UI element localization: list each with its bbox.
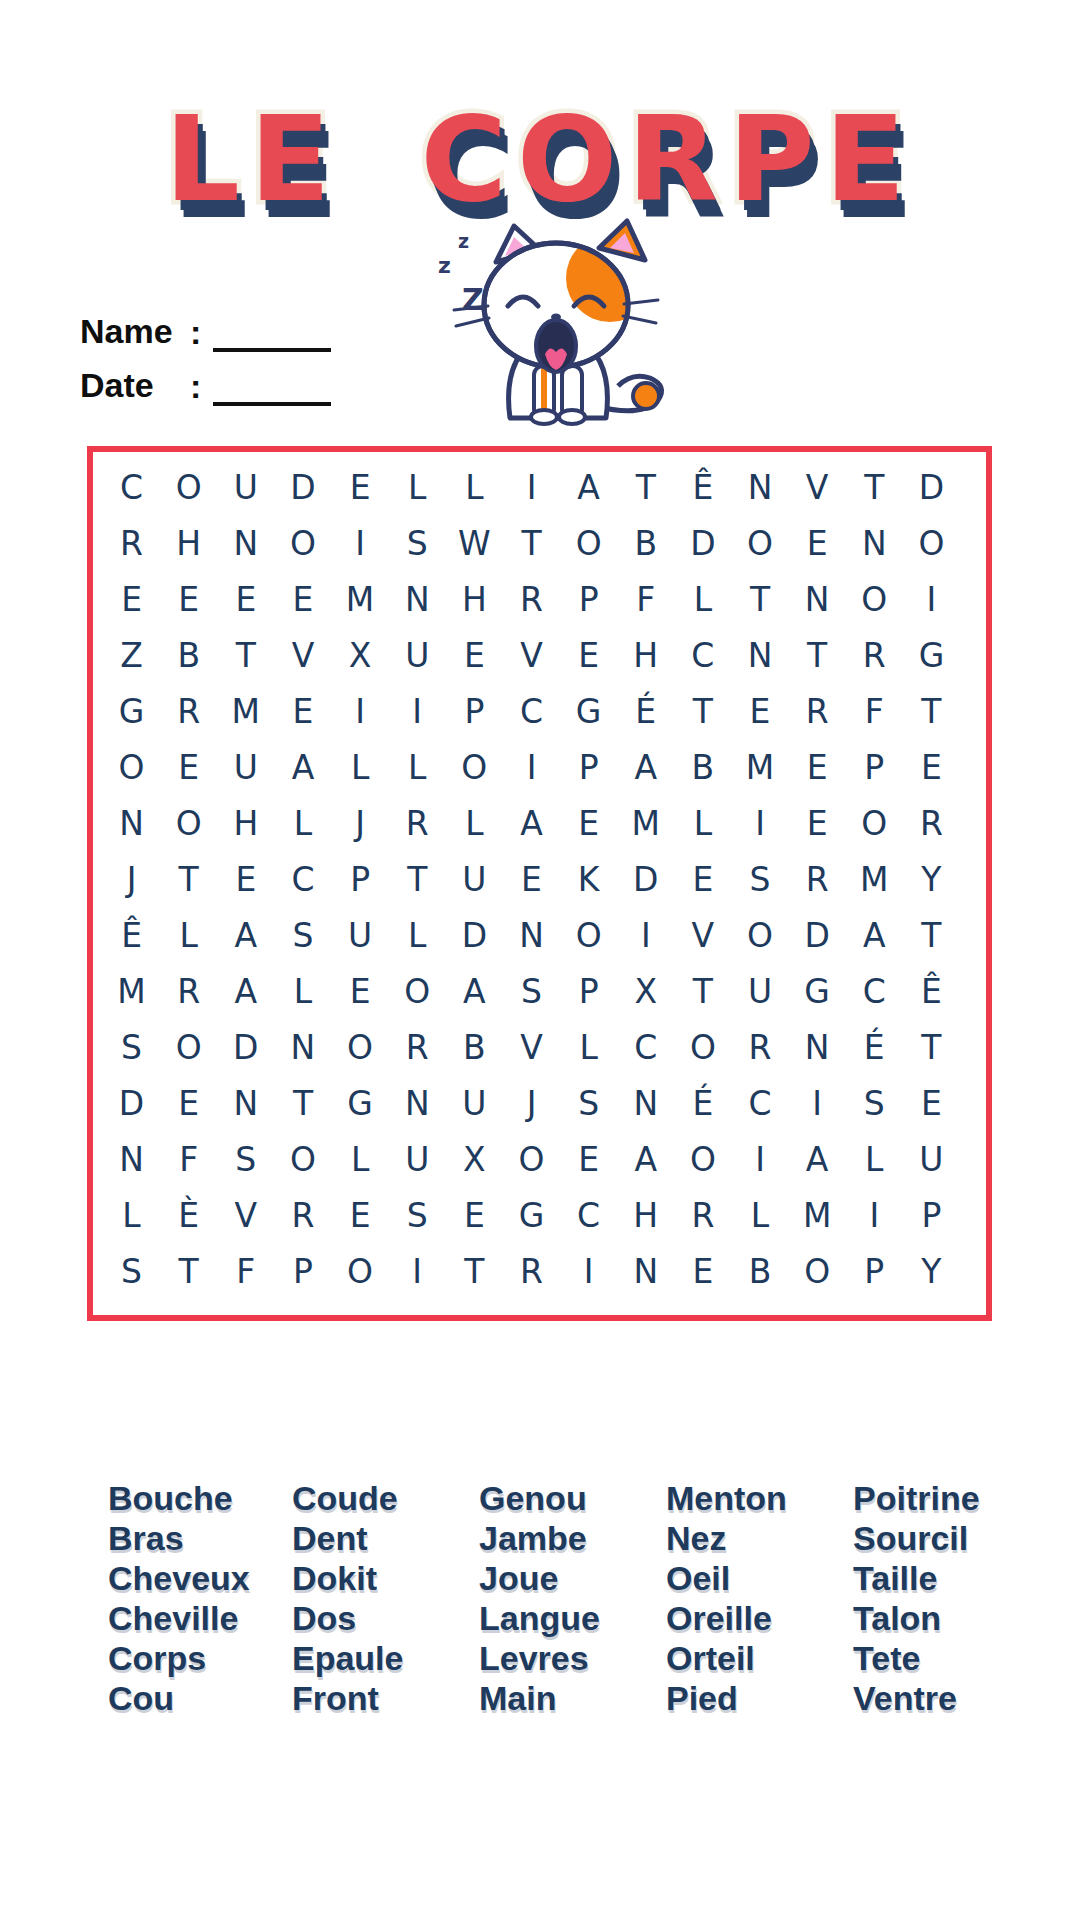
grid-cell[interactable]: E xyxy=(789,796,846,852)
grid-cell[interactable]: U xyxy=(446,852,503,908)
grid-cell[interactable]: O xyxy=(789,1243,846,1299)
grid-cell[interactable]: A xyxy=(617,740,674,796)
grid-cell[interactable]: A xyxy=(789,1131,846,1187)
grid-cell[interactable]: S xyxy=(217,1131,274,1187)
grid-cell[interactable]: T xyxy=(274,1075,331,1131)
grid-cell[interactable]: L xyxy=(389,460,446,516)
grid-cell[interactable]: C xyxy=(674,628,731,684)
grid-cell[interactable]: E xyxy=(903,1075,960,1131)
grid-cell[interactable]: Y xyxy=(903,1243,960,1299)
grid-cell[interactable]: U xyxy=(731,963,788,1019)
grid-cell[interactable]: O xyxy=(731,907,788,963)
grid-cell[interactable]: E xyxy=(217,852,274,908)
grid-cell[interactable]: O xyxy=(731,516,788,572)
grid-cell[interactable]: E xyxy=(274,572,331,628)
grid-cell[interactable]: S xyxy=(731,852,788,908)
grid-cell[interactable]: E xyxy=(160,1075,217,1131)
grid-cell[interactable]: E xyxy=(560,1131,617,1187)
grid-cell[interactable]: M xyxy=(617,796,674,852)
grid-cell[interactable]: E xyxy=(160,740,217,796)
grid-cell[interactable]: B xyxy=(674,740,731,796)
grid-cell[interactable]: M xyxy=(731,740,788,796)
date-line[interactable] xyxy=(213,368,331,406)
grid-cell[interactable]: L xyxy=(731,1187,788,1243)
grid-cell[interactable]: H xyxy=(617,628,674,684)
grid-cell[interactable]: P xyxy=(903,1187,960,1243)
grid-cell[interactable]: D xyxy=(217,1019,274,1075)
word-item: Front xyxy=(292,1678,403,1718)
grid-cell[interactable]: E xyxy=(789,516,846,572)
grid-cell[interactable]: O xyxy=(389,963,446,1019)
grid-cell[interactable]: X xyxy=(617,963,674,1019)
grid-cell[interactable]: L xyxy=(560,1019,617,1075)
grid-cell[interactable]: N xyxy=(103,796,160,852)
word-item: Cheville xyxy=(108,1598,250,1638)
grid-cell[interactable]: L xyxy=(274,796,331,852)
grid-cell[interactable]: L xyxy=(674,796,731,852)
grid-cell[interactable]: E xyxy=(332,963,389,1019)
grid-cell[interactable]: O xyxy=(103,740,160,796)
grid-cell[interactable]: E xyxy=(903,740,960,796)
grid-cell[interactable]: R xyxy=(160,684,217,740)
grid-cell[interactable]: A xyxy=(274,740,331,796)
grid-cell[interactable]: E xyxy=(503,852,560,908)
grid-cell[interactable]: O xyxy=(560,516,617,572)
grid-cell[interactable]: R xyxy=(503,1243,560,1299)
grid-cell[interactable]: I xyxy=(731,1131,788,1187)
name-line[interactable] xyxy=(213,314,331,352)
word-item: Coude xyxy=(292,1478,403,1518)
grid-cell[interactable]: D xyxy=(674,516,731,572)
grid-cell[interactable]: G xyxy=(560,684,617,740)
grid-cell[interactable]: A xyxy=(217,907,274,963)
grid-cell[interactable]: F xyxy=(217,1243,274,1299)
grid-cell[interactable]: M xyxy=(846,852,903,908)
grid-cell[interactable]: U xyxy=(389,628,446,684)
word-item: Dokit xyxy=(292,1558,403,1598)
word-search-grid: COUDELLIATÊNVTDRHNOISWTOBDOENOEEEEMNHRPF… xyxy=(87,446,992,1321)
grid-cell[interactable]: U xyxy=(446,1075,503,1131)
grid-cell[interactable]: L xyxy=(674,572,731,628)
grid-cell[interactable]: A xyxy=(503,796,560,852)
grid-cell[interactable]: R xyxy=(674,1187,731,1243)
grid-cell[interactable]: C xyxy=(103,460,160,516)
grid-cell[interactable]: I xyxy=(503,740,560,796)
grid-cell[interactable]: S xyxy=(103,1243,160,1299)
grid-cell[interactable]: T xyxy=(160,852,217,908)
grid-cell[interactable]: E xyxy=(274,684,331,740)
grid-cell[interactable]: L xyxy=(389,907,446,963)
word-item: Langue xyxy=(479,1598,600,1638)
word-item: Main xyxy=(479,1678,600,1718)
grid-cell[interactable]: E xyxy=(103,572,160,628)
grid-cell[interactable]: L xyxy=(389,740,446,796)
grid-cell[interactable]: A xyxy=(217,963,274,1019)
grid-cell[interactable]: L xyxy=(274,963,331,1019)
grid-cell[interactable]: V xyxy=(789,460,846,516)
word-item: Bouche xyxy=(108,1478,250,1518)
grid-cell[interactable]: E xyxy=(560,796,617,852)
grid-cell[interactable]: Z xyxy=(103,628,160,684)
grid-cell[interactable]: O xyxy=(160,460,217,516)
word-item: Corps xyxy=(108,1638,250,1678)
grid-cell[interactable]: E xyxy=(731,684,788,740)
grid-cell[interactable]: E xyxy=(560,628,617,684)
grid-cell[interactable]: E xyxy=(789,740,846,796)
cat-tail-tip xyxy=(633,383,659,409)
grid-cell[interactable]: D xyxy=(103,1075,160,1131)
grid-cell[interactable]: T xyxy=(903,1019,960,1075)
word-item: Cheveux xyxy=(108,1558,250,1598)
word-item: Pied xyxy=(666,1678,787,1718)
grid-cell[interactable]: I xyxy=(560,1243,617,1299)
grid-cell[interactable]: I xyxy=(389,1243,446,1299)
grid-cell[interactable]: J xyxy=(103,852,160,908)
date-row: Date : xyxy=(80,362,331,406)
grid-cell[interactable]: N xyxy=(731,628,788,684)
grid-cell[interactable]: H xyxy=(617,1187,674,1243)
grid-cell[interactable]: A xyxy=(446,963,503,1019)
word-item: Oreille xyxy=(666,1598,787,1638)
grid-cell[interactable]: H xyxy=(160,516,217,572)
grid-cell[interactable]: L xyxy=(446,460,503,516)
grid-cell[interactable]: R xyxy=(389,796,446,852)
grid-cell[interactable]: O xyxy=(846,572,903,628)
word-item: Nez xyxy=(666,1518,787,1558)
grid-cell[interactable]: O xyxy=(674,1019,731,1075)
grid-cell[interactable]: R xyxy=(846,628,903,684)
cat-paw xyxy=(531,410,557,424)
grid-cell[interactable]: H xyxy=(217,796,274,852)
word-item: Taille xyxy=(853,1558,980,1598)
grid-cell[interactable]: U xyxy=(217,740,274,796)
grid-cell[interactable]: V xyxy=(503,628,560,684)
grid-cell[interactable]: W xyxy=(446,516,503,572)
grid-cell[interactable]: O xyxy=(446,740,503,796)
grid-cell[interactable]: O xyxy=(274,1131,331,1187)
grid-cell[interactable]: R xyxy=(389,1019,446,1075)
grid-cell[interactable]: A xyxy=(560,460,617,516)
word-item: Oeil xyxy=(666,1558,787,1598)
word-item: Jambe xyxy=(479,1518,600,1558)
word-column: PoitrineSourcilTailleTalonTeteVentre xyxy=(853,1478,980,1718)
zzz-text: z xyxy=(458,230,469,252)
grid-cell[interactable]: I xyxy=(617,907,674,963)
grid-cell[interactable]: T xyxy=(617,460,674,516)
word-item: Menton xyxy=(666,1478,787,1518)
grid-cell[interactable]: E xyxy=(332,460,389,516)
grid-cell[interactable]: R xyxy=(103,516,160,572)
grid-cell[interactable]: E xyxy=(674,852,731,908)
grid-cell[interactable]: L xyxy=(103,1187,160,1243)
grid-cell[interactable]: N xyxy=(389,1075,446,1131)
zzz-text: z xyxy=(438,253,451,278)
grid-cell[interactable]: S xyxy=(503,963,560,1019)
grid-cell[interactable]: S xyxy=(103,1019,160,1075)
grid-cell[interactable]: U xyxy=(903,1131,960,1187)
name-row: Name : xyxy=(80,308,331,352)
grid-cell[interactable]: É xyxy=(617,684,674,740)
title-word-corpe: CORPE xyxy=(420,92,915,228)
grid-cell[interactable]: V xyxy=(217,1187,274,1243)
word-item: Orteil xyxy=(666,1638,787,1678)
grid-cell[interactable]: O xyxy=(560,907,617,963)
grid-cell[interactable]: S xyxy=(560,1075,617,1131)
cat-paw xyxy=(559,410,585,424)
word-item: Bras xyxy=(108,1518,250,1558)
word-column: GenouJambeJoueLangueLevresMain xyxy=(479,1478,600,1718)
grid-cell[interactable]: O xyxy=(846,796,903,852)
grid-cell[interactable]: P xyxy=(846,740,903,796)
grid-cell[interactable]: R xyxy=(274,1187,331,1243)
date-colon: : xyxy=(190,367,201,406)
grid-cell[interactable]: G xyxy=(103,684,160,740)
grid-cell[interactable]: S xyxy=(274,907,331,963)
grid-cell[interactable]: D xyxy=(789,907,846,963)
grid-cell[interactable]: R xyxy=(731,1019,788,1075)
word-item: Genou xyxy=(479,1478,600,1518)
name-label: Name xyxy=(80,311,184,352)
grid-cell[interactable]: O xyxy=(160,796,217,852)
grid-cell[interactable]: M xyxy=(103,963,160,1019)
grid-cell[interactable]: N xyxy=(846,516,903,572)
grid-cell[interactable]: S xyxy=(846,1075,903,1131)
grid-cell[interactable]: P xyxy=(560,572,617,628)
grid-cell[interactable]: L xyxy=(160,907,217,963)
grid-cell[interactable]: I xyxy=(332,516,389,572)
word-item: Poitrine xyxy=(853,1478,980,1518)
grid-cell[interactable]: R xyxy=(789,852,846,908)
grid-cell[interactable]: C xyxy=(617,1019,674,1075)
grid-cell[interactable]: L xyxy=(332,740,389,796)
word-item: Levres xyxy=(479,1638,600,1678)
grid-cell[interactable]: G xyxy=(332,1075,389,1131)
grid-cell[interactable]: V xyxy=(674,907,731,963)
worksheet-page: LE CORPE z z Z xyxy=(0,0,1080,1920)
grid-cell[interactable]: C xyxy=(846,963,903,1019)
grid-cell[interactable]: T xyxy=(446,1243,503,1299)
grid-cell[interactable]: O xyxy=(503,1131,560,1187)
grid-cell[interactable]: N xyxy=(389,572,446,628)
grid-cell[interactable]: Ê xyxy=(674,460,731,516)
grid-cell[interactable]: N xyxy=(217,516,274,572)
date-label: Date xyxy=(80,365,184,406)
grid-cell[interactable]: D xyxy=(446,907,503,963)
grid-cell[interactable]: N xyxy=(217,1075,274,1131)
zzz-text: Z xyxy=(462,282,484,317)
grid-cell[interactable]: Y xyxy=(903,852,960,908)
name-colon: : xyxy=(190,313,201,352)
grid-cell[interactable]: N xyxy=(789,572,846,628)
grid-cell[interactable]: U xyxy=(389,1131,446,1187)
grid-cell[interactable]: N xyxy=(617,1243,674,1299)
grid-cell[interactable]: C xyxy=(274,852,331,908)
grid-cell[interactable]: I xyxy=(332,684,389,740)
grid-cell[interactable]: T xyxy=(160,1243,217,1299)
word-item: Cou xyxy=(108,1678,250,1718)
grid-cell[interactable]: L xyxy=(846,1131,903,1187)
grid-cell[interactable]: T xyxy=(789,628,846,684)
grid-cell[interactable]: É xyxy=(846,1019,903,1075)
grid-cell[interactable]: N xyxy=(274,1019,331,1075)
grid-cell[interactable]: E xyxy=(446,1187,503,1243)
grid-cell[interactable]: O xyxy=(674,1131,731,1187)
grid-cell[interactable]: M xyxy=(217,684,274,740)
grid-cell[interactable]: T xyxy=(389,852,446,908)
grid-cell[interactable]: T xyxy=(674,684,731,740)
grid-cell[interactable]: B xyxy=(617,516,674,572)
grid-cell[interactable]: O xyxy=(274,516,331,572)
grid-cell[interactable]: G xyxy=(503,1187,560,1243)
grid-cell[interactable]: V xyxy=(503,1019,560,1075)
grid-cell[interactable]: N xyxy=(103,1131,160,1187)
grid-cell[interactable]: I xyxy=(503,460,560,516)
grid-cell[interactable]: X xyxy=(446,1131,503,1187)
grid-cell[interactable]: V xyxy=(274,628,331,684)
grid-cell[interactable]: T xyxy=(217,628,274,684)
word-column: BoucheBrasCheveuxChevilleCorpsCou xyxy=(108,1478,250,1718)
grid-cell[interactable]: P xyxy=(560,740,617,796)
grid-cell[interactable]: Ê xyxy=(103,907,160,963)
grid-cell[interactable]: O xyxy=(903,516,960,572)
grid-cell[interactable]: J xyxy=(503,1075,560,1131)
grid-cell[interactable]: B xyxy=(160,628,217,684)
grid-cell[interactable]: T xyxy=(846,460,903,516)
grid-cell[interactable]: G xyxy=(789,963,846,1019)
grid-cell[interactable]: P xyxy=(274,1243,331,1299)
grid-cell[interactable]: A xyxy=(617,1131,674,1187)
word-list: BoucheBrasCheveuxChevilleCorpsCouCoudeDe… xyxy=(108,1478,960,1738)
grid-cell[interactable]: E xyxy=(217,572,274,628)
grid-cell[interactable]: O xyxy=(332,1019,389,1075)
grid-cell[interactable]: N xyxy=(617,1075,674,1131)
word-item: Talon xyxy=(853,1598,980,1638)
header-fields: Name : Date : xyxy=(80,308,331,416)
word-item: Sourcil xyxy=(853,1518,980,1558)
grid-cell[interactable]: E xyxy=(674,1243,731,1299)
word-item: Dos xyxy=(292,1598,403,1638)
grid-cell[interactable]: R xyxy=(160,963,217,1019)
grid-cell[interactable]: M xyxy=(789,1187,846,1243)
grid-cell[interactable]: U xyxy=(332,907,389,963)
grid-cell[interactable]: D xyxy=(274,460,331,516)
grid-cell[interactable]: D xyxy=(903,460,960,516)
grid-cell[interactable]: K xyxy=(560,852,617,908)
grid-cell[interactable]: P xyxy=(446,684,503,740)
grid-cell[interactable]: C xyxy=(560,1187,617,1243)
word-item: Tete xyxy=(853,1638,980,1678)
grid-cell[interactable]: B xyxy=(731,1243,788,1299)
grid-cell[interactable]: L xyxy=(446,796,503,852)
grid-cell[interactable]: B xyxy=(446,1019,503,1075)
grid-cell[interactable]: T xyxy=(731,572,788,628)
word-column: CoudeDentDokitDosEpauleFront xyxy=(292,1478,403,1718)
grid-cell[interactable]: I xyxy=(789,1075,846,1131)
grid-cell[interactable]: O xyxy=(332,1243,389,1299)
grid-cell[interactable]: S xyxy=(389,1187,446,1243)
grid-cell[interactable]: O xyxy=(160,1019,217,1075)
grid-cell[interactable]: G xyxy=(903,628,960,684)
grid-cell[interactable]: I xyxy=(731,796,788,852)
grid-cell[interactable]: È xyxy=(160,1187,217,1243)
grid-cell[interactable]: E xyxy=(446,628,503,684)
grid-cell[interactable]: U xyxy=(217,460,274,516)
grid-cell[interactable]: P xyxy=(332,852,389,908)
grid-cell[interactable]: Ê xyxy=(903,963,960,1019)
grid-cell[interactable]: N xyxy=(503,907,560,963)
grid-cell[interactable]: I xyxy=(389,684,446,740)
grid-cell[interactable]: R xyxy=(503,572,560,628)
grid-cell[interactable]: I xyxy=(846,1187,903,1243)
grid-cell[interactable]: J xyxy=(332,796,389,852)
cat-illustration: z z Z xyxy=(396,218,682,428)
grid-cell[interactable]: A xyxy=(846,907,903,963)
grid-cell[interactable]: É xyxy=(674,1075,731,1131)
grid-cell[interactable]: E xyxy=(160,572,217,628)
grid-cell[interactable]: I xyxy=(903,572,960,628)
grid-cell[interactable]: D xyxy=(617,852,674,908)
word-item: Ventre xyxy=(853,1678,980,1718)
grid-cell[interactable]: P xyxy=(560,963,617,1019)
grid-cell[interactable]: C xyxy=(503,684,560,740)
grid-cell[interactable]: F xyxy=(617,572,674,628)
grid-cell[interactable]: H xyxy=(446,572,503,628)
word-column: MentonNezOeilOreilleOrteilPied xyxy=(666,1478,787,1718)
grid-cell[interactable]: F xyxy=(160,1131,217,1187)
grid-cell[interactable]: M xyxy=(332,572,389,628)
grid-cell[interactable]: P xyxy=(846,1243,903,1299)
grid-cell[interactable]: C xyxy=(731,1075,788,1131)
grid-cell[interactable]: N xyxy=(789,1019,846,1075)
grid-cell[interactable]: F xyxy=(846,684,903,740)
page-title: LE CORPE xyxy=(0,92,1080,228)
title-word-le: LE xyxy=(165,92,341,228)
grid-cell[interactable]: T xyxy=(903,684,960,740)
grid-cell[interactable]: S xyxy=(389,516,446,572)
word-item: Epaule xyxy=(292,1638,403,1678)
grid-cell[interactable]: E xyxy=(332,1187,389,1243)
grid-cell[interactable]: T xyxy=(903,907,960,963)
grid-cell[interactable]: T xyxy=(503,516,560,572)
grid-cell[interactable]: R xyxy=(903,796,960,852)
grid-cell[interactable]: N xyxy=(731,460,788,516)
grid-cell[interactable]: L xyxy=(332,1131,389,1187)
grid-cell[interactable]: T xyxy=(674,963,731,1019)
word-item: Joue xyxy=(479,1558,600,1598)
grid-cell[interactable]: R xyxy=(789,684,846,740)
grid-cell[interactable]: X xyxy=(332,628,389,684)
word-item: Dent xyxy=(292,1518,403,1558)
